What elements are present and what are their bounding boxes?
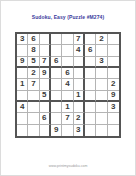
cell-r6c5 <box>62 91 73 102</box>
cell-r6c8 <box>96 91 107 102</box>
cell-r9c6: 3 <box>74 125 85 136</box>
cell-r2c5 <box>62 45 73 56</box>
cell-r3c2: 5 <box>28 57 39 68</box>
cell-r4c6 <box>74 68 85 79</box>
cell-r5c9: 2 <box>108 79 119 90</box>
cell-r2c4 <box>51 45 62 56</box>
cell-r7c4 <box>51 102 62 113</box>
cell-r9c7 <box>85 125 96 136</box>
cell-r3c8: 3 <box>96 57 107 68</box>
cell-r5c4 <box>51 79 62 90</box>
cell-r3c4: 6 <box>51 57 62 68</box>
cell-r6c6: 1 <box>74 91 85 102</box>
cell-r9c4: 9 <box>51 125 62 136</box>
cell-r1c3 <box>40 34 51 45</box>
cell-r5c1: 1 <box>17 79 28 90</box>
cell-r4c9 <box>108 68 119 79</box>
cell-r8c4 <box>51 113 62 124</box>
cell-r6c2 <box>28 91 39 102</box>
cell-r7c3 <box>40 102 51 113</box>
cell-r9c2 <box>28 125 39 136</box>
cell-r2c9 <box>108 45 119 56</box>
cell-r4c2: 2 <box>28 68 39 79</box>
cell-r8c2 <box>28 113 39 124</box>
cell-r4c8 <box>96 68 107 79</box>
cell-r4c3: 9 <box>40 68 51 79</box>
cell-r9c1 <box>17 125 28 136</box>
cell-r9c9 <box>108 125 119 136</box>
cell-r9c8 <box>96 125 107 136</box>
cell-r8c7 <box>85 113 96 124</box>
footer-url: www.printmysudoku.com <box>1 165 135 169</box>
cell-r1c5 <box>62 34 73 45</box>
cell-r9c5 <box>62 125 73 136</box>
cell-r2c3 <box>40 45 51 56</box>
cell-r9c3 <box>40 125 51 136</box>
cell-r1c8: 2 <box>96 34 107 45</box>
cell-r6c3: 5 <box>40 91 51 102</box>
cell-r8c1 <box>17 113 28 124</box>
cell-r3c3: 7 <box>40 57 51 68</box>
cell-r5c6 <box>74 79 85 90</box>
cell-r1c1: 3 <box>17 34 28 45</box>
cell-r6c7 <box>85 91 96 102</box>
cell-r2c2: 8 <box>28 45 39 56</box>
cell-r5c3 <box>40 79 51 90</box>
cell-r3c5 <box>62 57 73 68</box>
sudoku-page: Sudoku, Easy (Puzzle #M274) 367284695763… <box>0 0 136 176</box>
cell-r3c1: 9 <box>17 57 28 68</box>
cell-r4c4 <box>51 68 62 79</box>
cell-r3c7 <box>85 57 96 68</box>
cell-r1c6: 7 <box>74 34 85 45</box>
cell-r2c6: 4 <box>74 45 85 56</box>
cell-r7c7 <box>85 102 96 113</box>
cell-r8c3: 6 <box>40 113 51 124</box>
cell-r6c9: 9 <box>108 91 119 102</box>
cell-r4c5: 6 <box>62 68 73 79</box>
cell-r1c7 <box>85 34 96 45</box>
cell-r7c9: 3 <box>108 102 119 113</box>
cell-r8c5: 7 <box>62 113 73 124</box>
cell-r2c8 <box>96 45 107 56</box>
sudoku-grid: 367284695763296174251941367293 <box>15 32 121 138</box>
cell-r3c9 <box>108 57 119 68</box>
cell-r7c2 <box>28 102 39 113</box>
cell-r5c2: 7 <box>28 79 39 90</box>
cell-r6c4 <box>51 91 62 102</box>
cell-r7c6 <box>74 102 85 113</box>
cell-r4c1 <box>17 68 28 79</box>
cell-r8c8 <box>96 113 107 124</box>
cell-r1c9 <box>108 34 119 45</box>
cell-r7c8 <box>96 102 107 113</box>
cell-r5c8 <box>96 79 107 90</box>
cell-r3c6 <box>74 57 85 68</box>
cell-r5c5: 4 <box>62 79 73 90</box>
cell-r2c7: 6 <box>85 45 96 56</box>
cell-r4c7 <box>85 68 96 79</box>
cell-r5c7 <box>85 79 96 90</box>
cell-r8c6: 2 <box>74 113 85 124</box>
cell-r7c5: 1 <box>62 102 73 113</box>
cell-r6c1 <box>17 91 28 102</box>
cell-r7c1: 4 <box>17 102 28 113</box>
cell-r1c2: 6 <box>28 34 39 45</box>
puzzle-title: Sudoku, Easy (Puzzle #M274) <box>32 15 104 20</box>
cell-r2c1 <box>17 45 28 56</box>
cell-r1c4 <box>51 34 62 45</box>
cell-r8c9 <box>108 113 119 124</box>
